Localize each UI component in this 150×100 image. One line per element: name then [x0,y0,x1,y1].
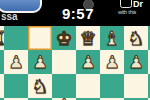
draw-checkbox[interactable] [120,0,132,8]
square-f3[interactable]: ♞ [28,74,52,98]
draw-sub-label: with this [118,9,136,15]
square-e2[interactable] [52,50,76,74]
square-c4[interactable] [100,98,124,100]
piece-K-e1[interactable]: ♚ [52,26,76,50]
piece-Q-d1[interactable]: ♛ [76,26,100,50]
piece-P-c2[interactable]: ♟ [100,50,124,74]
square-b2[interactable]: ♟ [124,50,148,74]
piece-P-b2[interactable]: ♟ [124,50,148,74]
square-a1[interactable] [148,26,150,50]
square-d1[interactable]: ♛ [76,26,100,50]
square-g1[interactable] [4,26,28,50]
piece-P-e4[interactable]: ♟ [52,98,76,100]
piece-N-b1[interactable]: ♞ [124,26,148,50]
square-e1[interactable]: ♚ [52,26,76,50]
draw-checkbox-label: Dr [133,0,143,9]
square-d3[interactable] [76,74,100,98]
square-c2[interactable]: ♟ [100,50,124,74]
piece-B-c1[interactable]: ♝ [100,26,124,50]
square-e3[interactable] [52,74,76,98]
square-f2[interactable]: ♟ [28,50,52,74]
chess-app-screen: ssa 9:57 Dr with this ♜♚♛♝♞♟♟♟♟♟♞♟ [0,0,150,100]
square-a3[interactable] [148,74,150,98]
square-c3[interactable] [100,74,124,98]
square-g4[interactable] [4,98,28,100]
square-g3[interactable] [4,74,28,98]
square-f4[interactable] [28,98,52,100]
square-d4[interactable] [76,98,100,100]
square-a4[interactable] [148,98,150,100]
piece-P-d2[interactable]: ♟ [76,50,100,74]
square-e4[interactable]: ♟ [52,98,76,100]
square-f1[interactable] [28,26,52,50]
square-b1[interactable]: ♞ [124,26,148,50]
player-name: ssa [1,11,18,22]
square-c1[interactable]: ♝ [100,26,124,50]
chess-board: ♜♚♛♝♞♟♟♟♟♟♞♟ [0,26,150,100]
square-a2[interactable] [148,50,150,74]
game-timer: 9:57 [56,5,100,22]
piece-P-f2[interactable]: ♟ [28,50,52,74]
square-g2[interactable]: ♟ [4,50,28,74]
piece-P-g2[interactable]: ♟ [4,50,28,74]
piece-N-f3[interactable]: ♞ [28,74,52,98]
square-b4[interactable] [124,98,148,100]
top-bar: ssa 9:57 Dr with this [0,0,150,26]
square-d2[interactable]: ♟ [76,50,100,74]
square-b3[interactable] [124,74,148,98]
